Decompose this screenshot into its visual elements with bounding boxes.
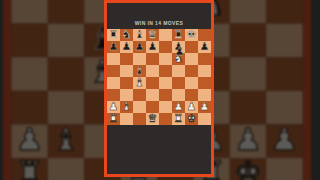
- square-g5: [185, 65, 198, 77]
- square-e6: [159, 53, 172, 65]
- square-d6: [146, 53, 159, 65]
- square-h6: [198, 53, 211, 65]
- piece-black-pawn: ♟: [135, 41, 145, 53]
- piece-white-bishop: ♝: [52, 124, 80, 158]
- square-h7: ♟: [198, 41, 211, 53]
- square-g7: [185, 41, 198, 53]
- piece-white-king: ♚: [234, 158, 262, 180]
- square-e4: [159, 77, 172, 89]
- square-h3: [266, 91, 302, 125]
- piece-white-rook: ♜: [16, 158, 44, 180]
- square-g1: ♚: [230, 158, 266, 180]
- chess-board: ♜♞♝♛♜♚♟♟♟♟♟♟♞♝♝♟♝♟♟♟♜♛♜♚: [107, 29, 211, 125]
- square-b1: [120, 113, 133, 125]
- square-b5: [48, 24, 84, 58]
- square-g2: ♟: [230, 124, 266, 158]
- square-g6: [185, 53, 198, 65]
- square-b6: [48, 0, 84, 24]
- piece-black-pawn: ♟: [122, 41, 132, 53]
- square-a1: ♜: [107, 113, 120, 125]
- square-d3: [146, 89, 159, 101]
- piece-white-king: ♚: [187, 113, 197, 125]
- piece-white-pawn: ♟: [16, 124, 44, 158]
- square-d1: ♛: [146, 113, 159, 125]
- piece-white-rook: ♜: [174, 113, 184, 125]
- square-a4: [11, 57, 47, 91]
- piece-white-knight: ♞: [174, 53, 184, 65]
- square-c4: ♝: [133, 77, 146, 89]
- square-e7: [159, 41, 172, 53]
- shorts-frame: WIN IN 14 MOVES ♜♞♝♛♜♚♟♟♟♟♟♟♞♝♝♟♝♟♟♟♜♛♜♚…: [0, 0, 320, 180]
- square-h5: [266, 24, 302, 58]
- square-a6: [11, 0, 47, 24]
- square-b7: ♟: [120, 41, 133, 53]
- square-a5: [11, 24, 47, 58]
- square-g8: ♚: [185, 29, 198, 41]
- square-e8: [159, 29, 172, 41]
- square-b6: [120, 53, 133, 65]
- square-a6: [107, 53, 120, 65]
- square-h2: ♟: [266, 124, 302, 158]
- square-b3: [48, 91, 84, 125]
- piece-black-pawn: ♟: [148, 41, 158, 53]
- square-g4: [185, 77, 198, 89]
- square-g3: [230, 91, 266, 125]
- square-h1: [198, 113, 211, 125]
- square-e5: [159, 65, 172, 77]
- square-b5: [120, 65, 133, 77]
- puzzle-caption: WIN IN 14 MOVES: [107, 20, 211, 26]
- square-h4: [198, 77, 211, 89]
- square-e1: [159, 113, 172, 125]
- piece-white-bishop: ♝: [122, 101, 132, 113]
- piece-white-queen: ♛: [148, 113, 158, 125]
- square-g5: [230, 24, 266, 58]
- square-g1: ♚: [185, 113, 198, 125]
- square-h2: ♟: [198, 101, 211, 113]
- piece-white-rook: ♜: [109, 113, 119, 125]
- piece-white-pawn: ♟: [200, 101, 210, 113]
- square-b4: [48, 57, 84, 91]
- piece-black-pawn: ♟: [109, 41, 119, 53]
- square-e2: [159, 101, 172, 113]
- piece-black-king: ♚: [187, 29, 197, 41]
- piece-white-pawn: ♟: [234, 124, 262, 158]
- piece-white-pawn: ♟: [271, 124, 299, 158]
- square-h5: [198, 65, 211, 77]
- square-d5: [146, 65, 159, 77]
- square-a1: ♜: [11, 158, 47, 180]
- square-b2: ♝: [48, 124, 84, 158]
- square-a7: ♟: [107, 41, 120, 53]
- square-c2: [133, 101, 146, 113]
- square-g4: [230, 57, 266, 91]
- square-f1: ♜: [172, 113, 185, 125]
- square-b4: [120, 77, 133, 89]
- square-a5: [107, 65, 120, 77]
- square-h6: [266, 0, 302, 24]
- square-a4: [107, 77, 120, 89]
- square-c3: [133, 89, 146, 101]
- square-d4: [146, 77, 159, 89]
- square-b1: [48, 158, 84, 180]
- square-g6: [230, 0, 266, 24]
- square-a2: ♟: [11, 124, 47, 158]
- square-a3: [11, 91, 47, 125]
- square-c7: ♟: [133, 41, 146, 53]
- square-f5: [172, 65, 185, 77]
- square-h1: [266, 158, 302, 180]
- square-f4: [172, 77, 185, 89]
- square-c1: [133, 113, 146, 125]
- square-e3: [159, 89, 172, 101]
- square-f6: ♞: [172, 53, 185, 65]
- piece-white-bishop: ♝: [135, 77, 145, 89]
- square-d7: ♟: [146, 41, 159, 53]
- video-frame[interactable]: WIN IN 14 MOVES ♜♞♝♛♜♚♟♟♟♟♟♟♞♝♝♟♝♟♟♟♜♛♜♚…: [104, 0, 214, 177]
- piece-black-pawn: ♟: [200, 41, 210, 53]
- square-b2: ♝: [120, 101, 133, 113]
- square-h4: [266, 57, 302, 91]
